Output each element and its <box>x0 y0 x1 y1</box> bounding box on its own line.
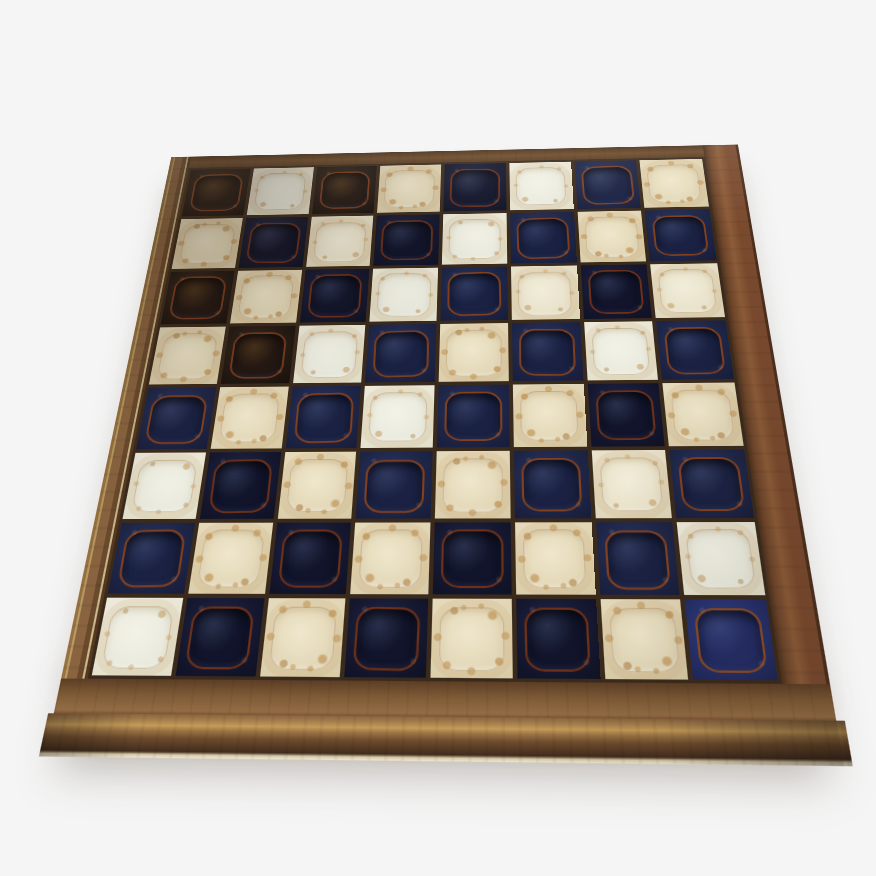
tile-inset <box>131 459 198 512</box>
tile-inset <box>439 607 504 671</box>
board-square <box>293 325 366 383</box>
tile-inset <box>144 395 208 445</box>
photo-background <box>0 0 876 876</box>
tile-inset <box>652 215 710 257</box>
board-square <box>442 213 507 264</box>
tile-inset <box>196 530 265 588</box>
tile-inset <box>520 391 579 441</box>
board-square <box>175 598 264 676</box>
tile-inset <box>285 459 348 513</box>
tile-inset <box>524 608 591 672</box>
board-square <box>200 452 281 519</box>
tile-inset <box>189 174 244 212</box>
board-square <box>510 212 576 264</box>
tile-inset <box>268 607 337 670</box>
frame-molding <box>39 713 853 766</box>
board-square <box>188 522 273 594</box>
tile-inset <box>373 330 429 377</box>
board-square <box>108 522 195 594</box>
tile-inset <box>237 275 295 318</box>
tile-inset <box>516 217 570 259</box>
board-square <box>677 522 765 596</box>
tile-inset <box>591 328 651 375</box>
board-square <box>269 522 351 594</box>
board-square <box>439 323 509 382</box>
board-square <box>136 387 216 449</box>
tile-inset <box>307 274 363 318</box>
chess-board <box>45 145 844 767</box>
board-square <box>345 599 429 678</box>
board-square <box>600 599 688 679</box>
board-square <box>515 522 596 595</box>
board-square <box>182 169 250 217</box>
board-square <box>656 321 734 380</box>
tile-inset <box>359 530 423 588</box>
tile-inset <box>364 459 426 513</box>
board-square <box>440 266 507 321</box>
tile-inset <box>208 459 272 513</box>
board-square <box>433 522 512 595</box>
board-square <box>377 164 441 212</box>
tile-inset <box>604 531 672 590</box>
board-square <box>663 383 744 447</box>
board-square <box>587 383 665 446</box>
tile-inset <box>608 608 680 673</box>
board-square <box>370 267 439 322</box>
board-square <box>512 322 583 381</box>
board-square <box>277 451 356 518</box>
board-square <box>435 451 511 518</box>
board-square <box>247 167 314 215</box>
board-square <box>511 265 580 320</box>
board-square <box>645 209 717 261</box>
tile-inset <box>671 389 735 440</box>
board-square <box>591 450 672 518</box>
tile-inset <box>353 607 421 671</box>
tile-inset <box>664 327 726 374</box>
tile-inset <box>376 273 432 316</box>
board-square <box>285 386 361 448</box>
board-square <box>220 326 295 384</box>
tile-inset <box>253 172 307 210</box>
tile-inset <box>184 606 255 669</box>
tile-inset <box>384 170 435 209</box>
tile-inset <box>380 220 433 261</box>
board-square <box>260 598 346 677</box>
tile-inset <box>442 458 503 512</box>
tile-inset <box>678 457 746 512</box>
board-square <box>437 385 510 448</box>
board-square <box>350 522 430 595</box>
board-square <box>577 210 646 262</box>
tile-inset <box>313 222 367 263</box>
board-square <box>149 327 226 385</box>
tile-inset <box>599 457 664 511</box>
board-square <box>123 452 206 518</box>
tile-inset <box>446 330 502 377</box>
tile-inset <box>515 167 566 206</box>
tile-grid <box>88 157 782 684</box>
board-square <box>650 263 725 318</box>
tile-inset <box>101 606 174 668</box>
tile-inset <box>277 530 343 588</box>
board-square <box>161 270 235 324</box>
board-square <box>374 214 440 265</box>
tile-inset <box>218 393 280 443</box>
board-square <box>514 450 591 518</box>
board-square <box>306 215 374 266</box>
tile-inset <box>117 530 186 588</box>
board-square <box>92 598 183 676</box>
tile-inset <box>300 331 358 378</box>
tile-inset <box>646 164 701 203</box>
tile-inset <box>448 218 500 259</box>
tile-inset <box>318 171 370 209</box>
board-square <box>299 268 369 322</box>
tile-inset <box>228 332 288 378</box>
board-square <box>230 269 302 323</box>
tile-inset <box>293 392 353 443</box>
board-scene <box>0 0 876 876</box>
tile-inset <box>156 333 218 379</box>
board-square <box>584 321 659 380</box>
board-square <box>356 451 433 518</box>
tile-inset <box>521 457 583 511</box>
board-square <box>513 384 587 447</box>
board-square <box>580 264 652 319</box>
tile-inset <box>580 165 634 204</box>
tile-inset <box>522 530 586 589</box>
board-square <box>365 324 436 382</box>
board-square <box>595 522 679 596</box>
tile-inset <box>584 216 639 257</box>
tile-inset <box>595 390 657 441</box>
board-square <box>312 166 377 214</box>
tile-inset <box>517 272 572 316</box>
tile-inset <box>368 392 427 442</box>
board-square <box>430 599 512 678</box>
tile-inset <box>519 329 575 376</box>
tile-inset <box>658 269 718 313</box>
board-square <box>443 163 506 211</box>
board-square <box>238 217 307 268</box>
tile-inset <box>694 608 768 673</box>
board-square <box>574 160 641 209</box>
board-square <box>640 159 709 208</box>
tile-inset <box>448 272 502 317</box>
tile-inset <box>587 270 644 314</box>
board-square <box>669 449 754 517</box>
tile-inset <box>179 223 236 264</box>
tile-inset <box>245 222 301 262</box>
board-square <box>210 387 288 449</box>
board-square <box>516 599 600 679</box>
board-square <box>172 218 243 269</box>
board-square <box>509 162 573 210</box>
tile-inset <box>168 276 227 319</box>
tile-inset <box>444 391 502 441</box>
board-square <box>685 600 778 681</box>
tile-inset <box>685 529 757 589</box>
tile-inset <box>449 169 500 207</box>
tile-inset <box>441 530 504 588</box>
board-square <box>361 385 435 448</box>
